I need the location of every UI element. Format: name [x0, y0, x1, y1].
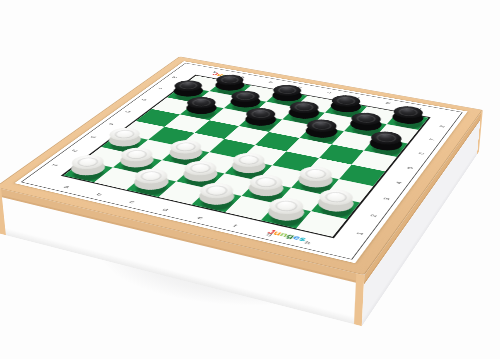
square-g1[interactable] — [260, 203, 311, 228]
coordinate-label: 3 — [87, 135, 98, 138]
page: { "game": "checkers", "product": { "desc… — [0, 0, 500, 359]
coordinate-label: g — [385, 101, 392, 105]
square-e5[interactable] — [255, 132, 300, 152]
white-man-a1[interactable] — [66, 153, 110, 172]
product-photo-stage: abcdefgh abcdefgh 87654321 87654321 Jung… — [0, 0, 500, 359]
coordinate-label: 2 — [69, 149, 80, 153]
coordinate-label: f — [231, 223, 238, 229]
coordinate-label: 2 — [368, 214, 380, 219]
coordinate-label: c — [127, 199, 136, 205]
coordinate-label: d — [296, 85, 303, 89]
coordinate-label: 4 — [105, 122, 116, 125]
coordinate-label: b — [94, 192, 104, 198]
coordinate-label: d — [161, 207, 171, 213]
scene: abcdefgh abcdefgh 87654321 87654321 Jung… — [0, 0, 500, 359]
coordinate-label: 1 — [354, 231, 367, 236]
coordinate-label: 6 — [416, 152, 427, 156]
coordinate-label: e — [326, 91, 333, 95]
coordinate-label: e — [195, 215, 205, 221]
coordinate-label: 7 — [154, 87, 164, 90]
coordinate-label: 5 — [405, 166, 416, 170]
coordinate-label: 1 — [49, 163, 60, 167]
coordinate-label: 8 — [437, 125, 448, 128]
square-c1[interactable] — [126, 174, 176, 197]
square-h2[interactable] — [311, 195, 360, 219]
coordinate-label: c — [268, 80, 275, 84]
coordinate-label: 4 — [393, 181, 405, 185]
square-f6[interactable] — [300, 125, 344, 144]
coordinate-label: 8 — [169, 76, 179, 79]
coordinate-label: 3 — [381, 197, 393, 201]
coordinate-label: b — [239, 75, 246, 79]
square-h5[interactable] — [351, 151, 396, 172]
coordinate-label: 7 — [427, 138, 438, 142]
coordinate-label: a — [62, 184, 72, 189]
coordinate-label: 6 — [139, 98, 149, 101]
white-man-b2[interactable] — [116, 145, 159, 163]
coordinate-label: 5 — [122, 110, 132, 113]
